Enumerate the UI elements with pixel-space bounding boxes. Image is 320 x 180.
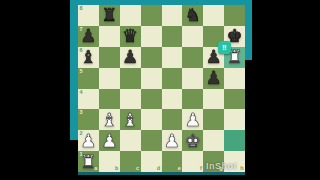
piece-black-pawn-a7[interactable]: ♟ (78, 26, 99, 47)
piece-black-queen-c7[interactable]: ♛ (120, 26, 141, 47)
square-g5[interactable]: ♟ (203, 68, 224, 89)
square-c7[interactable]: ♛ (120, 26, 141, 47)
square-b1[interactable]: b (99, 151, 120, 172)
square-c8[interactable] (120, 5, 141, 26)
video-frame: 8♜♞7♟♛♚6♝♟♟♜5♟43♝♝♟2♟♟♟♚1a♜bcdefgh !! In… (0, 0, 320, 180)
piece-white-bishop-c3[interactable]: ♝ (120, 109, 141, 130)
square-e7[interactable] (162, 26, 183, 47)
square-a4[interactable]: 4 (78, 89, 99, 110)
piece-white-king-f2[interactable]: ♚ (182, 130, 203, 151)
square-c1[interactable]: c (120, 151, 141, 172)
piece-white-pawn-b2[interactable]: ♟ (99, 130, 120, 151)
square-g3[interactable] (203, 109, 224, 130)
board-bottom-shadow (78, 172, 245, 175)
square-a5[interactable]: 5 (78, 68, 99, 89)
square-b3[interactable]: ♝ (99, 109, 120, 130)
square-e1[interactable]: e (162, 151, 183, 172)
piece-white-bishop-b3[interactable]: ♝ (99, 109, 120, 130)
piece-white-pawn-e2[interactable]: ♟ (162, 130, 183, 151)
square-d6[interactable] (141, 47, 162, 68)
square-a6[interactable]: 6♝ (78, 47, 99, 68)
square-c6[interactable]: ♟ (120, 47, 141, 68)
square-c4[interactable] (120, 89, 141, 110)
brilliant-move-badge: !! (218, 41, 231, 54)
square-a3[interactable]: 3 (78, 109, 99, 130)
letterbox-mask-bottom (70, 175, 252, 180)
square-a7[interactable]: 7♟ (78, 26, 99, 47)
file-label-h: h (240, 166, 243, 172)
square-b6[interactable] (99, 47, 120, 68)
square-f8[interactable]: ♞ (182, 5, 203, 26)
letterbox-mask-left (70, 140, 78, 180)
square-d3[interactable] (141, 109, 162, 130)
square-h4[interactable] (224, 89, 245, 110)
square-d5[interactable] (141, 68, 162, 89)
square-c2[interactable] (120, 130, 141, 151)
square-f2[interactable]: ♚ (182, 130, 203, 151)
square-h3[interactable] (224, 109, 245, 130)
file-label-d: d (157, 166, 160, 172)
piece-black-bishop-a6[interactable]: ♝ (78, 47, 99, 68)
square-f6[interactable] (182, 47, 203, 68)
square-g2[interactable] (203, 130, 224, 151)
piece-white-pawn-a2[interactable]: ♟ (78, 130, 99, 151)
rank-label-8: 8 (80, 6, 83, 12)
square-f1[interactable]: f (182, 151, 203, 172)
rank-label-3: 3 (80, 110, 83, 116)
square-d7[interactable] (141, 26, 162, 47)
watermark: InShot (206, 161, 237, 171)
square-d2[interactable] (141, 130, 162, 151)
square-b7[interactable] (99, 26, 120, 47)
rank-label-5: 5 (80, 69, 83, 75)
piece-white-rook-a1[interactable]: ♜ (78, 151, 99, 172)
square-a2[interactable]: 2♟ (78, 130, 99, 151)
square-d1[interactable]: d (141, 151, 162, 172)
square-d4[interactable] (141, 89, 162, 110)
piece-white-pawn-f3[interactable]: ♟ (182, 109, 203, 130)
square-d8[interactable] (141, 5, 162, 26)
square-h5[interactable] (224, 68, 245, 89)
square-f4[interactable] (182, 89, 203, 110)
piece-black-knight-f8[interactable]: ♞ (182, 5, 203, 26)
file-label-c: c (136, 166, 139, 172)
square-g4[interactable] (203, 89, 224, 110)
square-h8[interactable] (224, 5, 245, 26)
file-label-b: b (115, 166, 118, 172)
square-f5[interactable] (182, 68, 203, 89)
piece-black-pawn-c6[interactable]: ♟ (120, 47, 141, 68)
square-e2[interactable]: ♟ (162, 130, 183, 151)
piece-black-rook-b8[interactable]: ♜ (99, 5, 120, 26)
square-e6[interactable] (162, 47, 183, 68)
piece-black-pawn-g5[interactable]: ♟ (203, 68, 224, 89)
square-g8[interactable] (203, 5, 224, 26)
square-b4[interactable] (99, 89, 120, 110)
file-label-e: e (178, 166, 181, 172)
square-e3[interactable] (162, 109, 183, 130)
square-e8[interactable] (162, 5, 183, 26)
square-a8[interactable]: 8 (78, 5, 99, 26)
square-e4[interactable] (162, 89, 183, 110)
square-e5[interactable] (162, 68, 183, 89)
square-f7[interactable] (182, 26, 203, 47)
square-b8[interactable]: ♜ (99, 5, 120, 26)
square-a1[interactable]: 1a♜ (78, 151, 99, 172)
chess-board: 8♜♞7♟♛♚6♝♟♟♜5♟43♝♝♟2♟♟♟♚1a♜bcdefgh (78, 5, 245, 172)
square-b5[interactable] (99, 68, 120, 89)
square-c3[interactable]: ♝ (120, 109, 141, 130)
letterbox-mask-right (245, 60, 252, 180)
square-c5[interactable] (120, 68, 141, 89)
file-label-f: f (200, 166, 202, 172)
square-h2[interactable] (224, 130, 245, 151)
square-f3[interactable]: ♟ (182, 109, 203, 130)
square-b2[interactable]: ♟ (99, 130, 120, 151)
rank-label-4: 4 (80, 90, 83, 96)
